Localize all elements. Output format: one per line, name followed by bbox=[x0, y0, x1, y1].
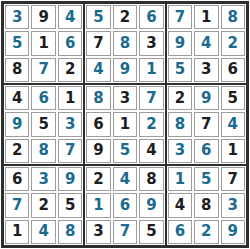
cell-r8c9[interactable]: 3 bbox=[221, 193, 245, 217]
cell-r2c2[interactable]: 1 bbox=[31, 31, 55, 55]
cell-r4c6[interactable]: 7 bbox=[139, 86, 163, 110]
cell-r7c9[interactable]: 7 bbox=[221, 167, 245, 191]
cell-r3c5[interactable]: 9 bbox=[113, 58, 137, 82]
cell-r2c4[interactable]: 7 bbox=[86, 31, 110, 55]
block-1-3: 718942536 bbox=[166, 3, 247, 84]
cell-r9c2[interactable]: 4 bbox=[31, 220, 55, 244]
block-2-1: 461953287 bbox=[3, 84, 84, 165]
cell-r4c9[interactable]: 5 bbox=[221, 86, 245, 110]
cell-r6c2[interactable]: 8 bbox=[31, 139, 55, 163]
cell-r1c6[interactable]: 6 bbox=[139, 5, 163, 29]
block-1-1: 394516872 bbox=[3, 3, 84, 84]
cell-r2c1[interactable]: 5 bbox=[5, 31, 29, 55]
cell-r7c8[interactable]: 5 bbox=[194, 167, 218, 191]
cell-r4c7[interactable]: 2 bbox=[168, 86, 192, 110]
cell-r5c6[interactable]: 2 bbox=[139, 112, 163, 136]
block-3-3: 157483629 bbox=[166, 165, 247, 246]
cell-r4c2[interactable]: 6 bbox=[31, 86, 55, 110]
cell-r9c4[interactable]: 3 bbox=[86, 220, 110, 244]
cell-r5c8[interactable]: 7 bbox=[194, 112, 218, 136]
cell-r6c4[interactable]: 9 bbox=[86, 139, 110, 163]
cell-r9c1[interactable]: 1 bbox=[5, 220, 29, 244]
cell-r2c6[interactable]: 3 bbox=[139, 31, 163, 55]
cell-r7c5[interactable]: 4 bbox=[113, 167, 137, 191]
cell-r1c5[interactable]: 2 bbox=[113, 5, 137, 29]
cell-r8c5[interactable]: 6 bbox=[113, 193, 137, 217]
cell-r7c6[interactable]: 8 bbox=[139, 167, 163, 191]
cell-r4c8[interactable]: 9 bbox=[194, 86, 218, 110]
cell-r7c3[interactable]: 9 bbox=[58, 167, 82, 191]
cell-r6c6[interactable]: 4 bbox=[139, 139, 163, 163]
cell-r6c7[interactable]: 3 bbox=[168, 139, 192, 163]
cell-r3c1[interactable]: 8 bbox=[5, 58, 29, 82]
cell-r8c1[interactable]: 7 bbox=[5, 193, 29, 217]
cell-r7c2[interactable]: 3 bbox=[31, 167, 55, 191]
cell-r3c3[interactable]: 2 bbox=[58, 58, 82, 82]
cell-r8c8[interactable]: 8 bbox=[194, 193, 218, 217]
cell-r6c9[interactable]: 1 bbox=[221, 139, 245, 163]
cell-r7c4[interactable]: 2 bbox=[86, 167, 110, 191]
block-2-3: 295874361 bbox=[166, 84, 247, 165]
cell-r9c7[interactable]: 6 bbox=[168, 220, 192, 244]
cell-r6c5[interactable]: 5 bbox=[113, 139, 137, 163]
cell-r4c3[interactable]: 1 bbox=[58, 86, 82, 110]
cell-r8c4[interactable]: 1 bbox=[86, 193, 110, 217]
cell-r2c7[interactable]: 9 bbox=[168, 31, 192, 55]
cell-r8c6[interactable]: 9 bbox=[139, 193, 163, 217]
block-3-2: 248169375 bbox=[84, 165, 165, 246]
block-1-2: 526783491 bbox=[84, 3, 165, 84]
cell-r2c9[interactable]: 2 bbox=[221, 31, 245, 55]
cell-r1c3[interactable]: 4 bbox=[58, 5, 82, 29]
cell-r9c8[interactable]: 2 bbox=[194, 220, 218, 244]
cell-r3c7[interactable]: 5 bbox=[168, 58, 192, 82]
cell-r6c1[interactable]: 2 bbox=[5, 139, 29, 163]
cell-r5c4[interactable]: 6 bbox=[86, 112, 110, 136]
cell-r5c9[interactable]: 4 bbox=[221, 112, 245, 136]
cell-r5c2[interactable]: 5 bbox=[31, 112, 55, 136]
cell-r3c4[interactable]: 4 bbox=[86, 58, 110, 82]
cell-r1c8[interactable]: 1 bbox=[194, 5, 218, 29]
cell-r9c9[interactable]: 9 bbox=[221, 220, 245, 244]
cell-r1c9[interactable]: 8 bbox=[221, 5, 245, 29]
cell-r9c6[interactable]: 5 bbox=[139, 220, 163, 244]
cell-r5c5[interactable]: 1 bbox=[113, 112, 137, 136]
cell-r5c1[interactable]: 9 bbox=[5, 112, 29, 136]
cell-r1c4[interactable]: 5 bbox=[86, 5, 110, 29]
cell-r4c5[interactable]: 3 bbox=[113, 86, 137, 110]
cell-r9c3[interactable]: 8 bbox=[58, 220, 82, 244]
cell-r3c2[interactable]: 7 bbox=[31, 58, 55, 82]
cell-r8c7[interactable]: 4 bbox=[168, 193, 192, 217]
block-2-2: 837612954 bbox=[84, 84, 165, 165]
block-3-1: 639725148 bbox=[3, 165, 84, 246]
cell-r3c8[interactable]: 3 bbox=[194, 58, 218, 82]
cell-r2c5[interactable]: 8 bbox=[113, 31, 137, 55]
cell-r3c6[interactable]: 1 bbox=[139, 58, 163, 82]
cell-r6c8[interactable]: 6 bbox=[194, 139, 218, 163]
cell-r4c4[interactable]: 8 bbox=[86, 86, 110, 110]
cell-r2c8[interactable]: 4 bbox=[194, 31, 218, 55]
cell-r4c1[interactable]: 4 bbox=[5, 86, 29, 110]
cell-r1c2[interactable]: 9 bbox=[31, 5, 55, 29]
cell-r3c9[interactable]: 6 bbox=[221, 58, 245, 82]
cell-r6c3[interactable]: 7 bbox=[58, 139, 82, 163]
sudoku-board: 3945168725267834917189425364619532878376… bbox=[1, 1, 249, 248]
cell-r7c1[interactable]: 6 bbox=[5, 167, 29, 191]
cell-r5c3[interactable]: 3 bbox=[58, 112, 82, 136]
cell-r7c7[interactable]: 1 bbox=[168, 167, 192, 191]
cell-r8c2[interactable]: 2 bbox=[31, 193, 55, 217]
cell-r2c3[interactable]: 6 bbox=[58, 31, 82, 55]
cell-r1c1[interactable]: 3 bbox=[5, 5, 29, 29]
cell-r8c3[interactable]: 5 bbox=[58, 193, 82, 217]
cell-r5c7[interactable]: 8 bbox=[168, 112, 192, 136]
cell-r9c5[interactable]: 7 bbox=[113, 220, 137, 244]
cell-r1c7[interactable]: 7 bbox=[168, 5, 192, 29]
